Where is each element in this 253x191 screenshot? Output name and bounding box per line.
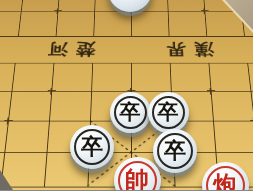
piece-zu-3[interactable]: 卒 xyxy=(70,125,114,169)
piece-glyph: 卒 xyxy=(70,125,114,169)
river-label-chu: 楚河 xyxy=(39,36,105,63)
piece-zu-1[interactable]: 卒 xyxy=(110,92,151,133)
point-marker xyxy=(200,8,208,14)
xiangqi-photo-scene: 楚河 漢界 卒卒卒卒帥炮 xyxy=(0,0,253,190)
piece-pao[interactable]: 炮 xyxy=(202,162,249,191)
piece-shuai[interactable]: 帥 xyxy=(114,157,161,191)
piece-glyph: 帥 xyxy=(114,157,161,191)
river-label-han: 漢界 xyxy=(158,36,224,63)
point-marker xyxy=(249,117,253,124)
piece-glyph: 炮 xyxy=(202,162,249,191)
piece-zu-2[interactable]: 卒 xyxy=(148,92,189,133)
piece-glyph: 卒 xyxy=(148,92,189,133)
point-marker xyxy=(47,88,56,95)
piece-glyph: 卒 xyxy=(110,92,151,133)
point-marker xyxy=(206,88,215,95)
point-marker xyxy=(3,117,12,124)
point-marker xyxy=(54,8,62,14)
